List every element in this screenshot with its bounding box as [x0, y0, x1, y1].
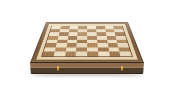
board-square — [76, 52, 87, 57]
board-square — [87, 52, 98, 57]
board-square — [54, 47, 66, 51]
board-square — [87, 43, 97, 47]
board-square — [120, 52, 132, 57]
board-square — [67, 36, 77, 40]
board-square — [48, 36, 59, 40]
board-square — [98, 52, 110, 57]
board-square — [117, 43, 128, 47]
board-square — [65, 52, 77, 57]
board-square — [96, 26, 105, 29]
board-grid — [42, 26, 132, 56]
board-square — [77, 43, 87, 47]
board-inner-frame — [41, 26, 133, 57]
brass-hinge-pin-left — [57, 66, 59, 71]
drop-shadow — [32, 73, 142, 78]
chessboard-top-face — [30, 22, 144, 63]
board-border-band — [36, 24, 138, 59]
board-square — [42, 52, 54, 57]
product-photo — [0, 0, 175, 105]
brass-hinge-pin-right — [121, 66, 123, 71]
board-square — [97, 47, 108, 51]
